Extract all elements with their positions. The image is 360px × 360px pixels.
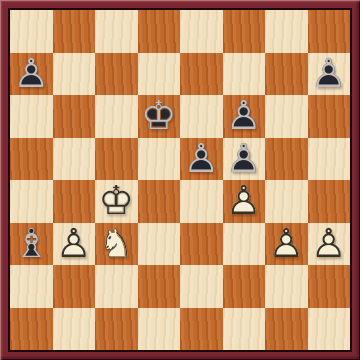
square-h7[interactable]: ♟♙ — [308, 53, 351, 96]
square-a8[interactable] — [10, 10, 53, 53]
black-bishop-glyph-outline: ♗ — [10, 223, 53, 266]
square-d5[interactable] — [138, 138, 181, 181]
piece-white-king[interactable]: ♚♔ — [95, 180, 138, 223]
square-g2[interactable] — [265, 265, 308, 308]
square-g7[interactable] — [265, 53, 308, 96]
square-d6[interactable]: ♚♔ — [138, 95, 181, 138]
piece-white-pawn[interactable]: ♟♙ — [53, 223, 96, 266]
square-b6[interactable] — [53, 95, 96, 138]
square-f4[interactable]: ♟♙ — [223, 180, 266, 223]
square-h3[interactable]: ♟♙ — [308, 223, 351, 266]
square-g5[interactable] — [265, 138, 308, 181]
square-g1[interactable] — [265, 308, 308, 351]
square-e2[interactable] — [180, 265, 223, 308]
board-frame: ♟♙♟♙♚♔♟♙♟♙♟♙♚♔♟♙♝♗♟♙♞♘♟♙♟♙ — [0, 0, 360, 360]
white-king-glyph-outline: ♔ — [95, 180, 138, 223]
piece-white-pawn[interactable]: ♟♙ — [308, 223, 351, 266]
black-pawn-glyph-outline: ♙ — [223, 138, 266, 181]
square-b5[interactable] — [53, 138, 96, 181]
square-a7[interactable]: ♟♙ — [10, 53, 53, 96]
square-c3[interactable]: ♞♘ — [95, 223, 138, 266]
square-h2[interactable] — [308, 265, 351, 308]
square-c8[interactable] — [95, 10, 138, 53]
square-g6[interactable] — [265, 95, 308, 138]
piece-white-pawn[interactable]: ♟♙ — [265, 223, 308, 266]
square-h4[interactable] — [308, 180, 351, 223]
piece-black-king[interactable]: ♚♔ — [138, 95, 181, 138]
piece-black-pawn[interactable]: ♟♙ — [308, 53, 351, 96]
square-d8[interactable] — [138, 10, 181, 53]
square-f1[interactable] — [223, 308, 266, 351]
piece-black-bishop[interactable]: ♝♗ — [10, 223, 53, 266]
square-c5[interactable] — [95, 138, 138, 181]
square-a6[interactable] — [10, 95, 53, 138]
square-f3[interactable] — [223, 223, 266, 266]
black-pawn-glyph-outline: ♙ — [223, 95, 266, 138]
square-f6[interactable]: ♟♙ — [223, 95, 266, 138]
square-c1[interactable] — [95, 308, 138, 351]
square-b7[interactable] — [53, 53, 96, 96]
white-pawn-glyph-outline: ♙ — [223, 180, 266, 223]
square-d7[interactable] — [138, 53, 181, 96]
square-a3[interactable]: ♝♗ — [10, 223, 53, 266]
piece-black-pawn[interactable]: ♟♙ — [223, 95, 266, 138]
square-c7[interactable] — [95, 53, 138, 96]
piece-black-pawn[interactable]: ♟♙ — [223, 138, 266, 181]
square-h5[interactable] — [308, 138, 351, 181]
square-f8[interactable] — [223, 10, 266, 53]
square-a1[interactable] — [10, 308, 53, 351]
piece-white-pawn[interactable]: ♟♙ — [223, 180, 266, 223]
piece-black-pawn[interactable]: ♟♙ — [180, 138, 223, 181]
square-e7[interactable] — [180, 53, 223, 96]
white-knight-glyph-outline: ♘ — [95, 223, 138, 266]
square-e5[interactable]: ♟♙ — [180, 138, 223, 181]
black-pawn-glyph-outline: ♙ — [308, 53, 351, 96]
piece-white-knight[interactable]: ♞♘ — [95, 223, 138, 266]
square-g4[interactable] — [265, 180, 308, 223]
black-king-glyph-outline: ♔ — [138, 95, 181, 138]
square-e3[interactable] — [180, 223, 223, 266]
square-f5[interactable]: ♟♙ — [223, 138, 266, 181]
square-e6[interactable] — [180, 95, 223, 138]
square-b2[interactable] — [53, 265, 96, 308]
square-d4[interactable] — [138, 180, 181, 223]
square-b4[interactable] — [53, 180, 96, 223]
white-pawn-glyph-outline: ♙ — [265, 223, 308, 266]
square-c6[interactable] — [95, 95, 138, 138]
square-e8[interactable] — [180, 10, 223, 53]
square-d2[interactable] — [138, 265, 181, 308]
square-e1[interactable] — [180, 308, 223, 351]
white-pawn-glyph-outline: ♙ — [53, 223, 96, 266]
square-d3[interactable] — [138, 223, 181, 266]
square-e4[interactable] — [180, 180, 223, 223]
square-g8[interactable] — [265, 10, 308, 53]
square-a4[interactable] — [10, 180, 53, 223]
square-d1[interactable] — [138, 308, 181, 351]
square-h8[interactable] — [308, 10, 351, 53]
square-c4[interactable]: ♚♔ — [95, 180, 138, 223]
square-h1[interactable] — [308, 308, 351, 351]
square-f2[interactable] — [223, 265, 266, 308]
black-pawn-glyph-outline: ♙ — [10, 53, 53, 96]
square-a5[interactable] — [10, 138, 53, 181]
black-pawn-glyph-outline: ♙ — [180, 138, 223, 181]
square-f7[interactable] — [223, 53, 266, 96]
square-b1[interactable] — [53, 308, 96, 351]
piece-black-pawn[interactable]: ♟♙ — [10, 53, 53, 96]
chess-board: ♟♙♟♙♚♔♟♙♟♙♟♙♚♔♟♙♝♗♟♙♞♘♟♙♟♙ — [8, 8, 352, 352]
square-g3[interactable]: ♟♙ — [265, 223, 308, 266]
square-b3[interactable]: ♟♙ — [53, 223, 96, 266]
square-a2[interactable] — [10, 265, 53, 308]
square-b8[interactable] — [53, 10, 96, 53]
square-c2[interactable] — [95, 265, 138, 308]
white-pawn-glyph-outline: ♙ — [308, 223, 351, 266]
square-h6[interactable] — [308, 95, 351, 138]
